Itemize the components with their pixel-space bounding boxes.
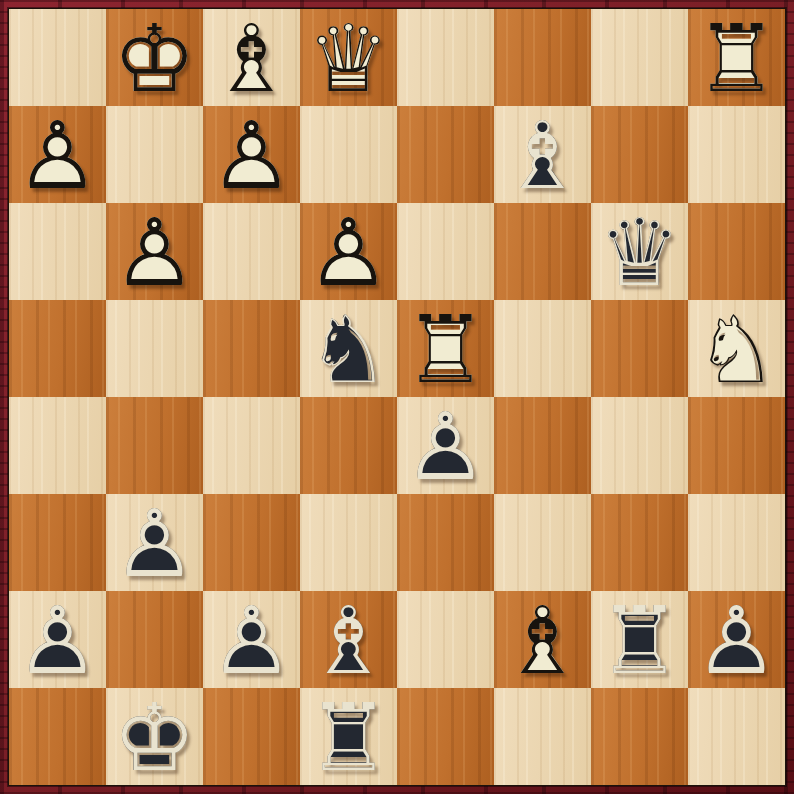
square-f8[interactable]: [494, 9, 591, 106]
square-e4[interactable]: ♟♙: [397, 397, 494, 494]
white-rook-outline: ♖: [397, 300, 494, 397]
square-a8[interactable]: [9, 9, 106, 106]
square-e7[interactable]: [397, 106, 494, 203]
square-f3[interactable]: [494, 494, 591, 591]
black-king-icon[interactable]: ♚♔: [106, 688, 203, 785]
square-b1[interactable]: ♚♔: [106, 688, 203, 785]
black-pawn-icon[interactable]: ♟♙: [203, 591, 300, 688]
white-pawn-outline: ♙: [106, 203, 203, 300]
square-d6[interactable]: ♟♙: [300, 203, 397, 300]
square-e1[interactable]: [397, 688, 494, 785]
square-e6[interactable]: [397, 203, 494, 300]
square-h2[interactable]: ♟♙: [688, 591, 785, 688]
square-f7[interactable]: ♝♗: [494, 106, 591, 203]
black-rook-icon[interactable]: ♜♖: [300, 688, 397, 785]
white-pawn-outline: ♙: [203, 106, 300, 203]
square-g6[interactable]: ♛♕: [591, 203, 688, 300]
square-a7[interactable]: ♟♙: [9, 106, 106, 203]
square-h8[interactable]: ♜♖: [688, 9, 785, 106]
square-d4[interactable]: [300, 397, 397, 494]
black-rook-icon[interactable]: ♜♖: [591, 591, 688, 688]
black-bishop-icon[interactable]: ♝♗: [300, 591, 397, 688]
black-pawn-outline: ♙: [397, 397, 494, 494]
square-h7[interactable]: [688, 106, 785, 203]
square-h4[interactable]: [688, 397, 785, 494]
black-pawn-outline: ♙: [106, 494, 203, 591]
white-pawn-outline: ♙: [9, 106, 106, 203]
white-bishop-icon[interactable]: ♝♗: [494, 591, 591, 688]
square-f5[interactable]: [494, 300, 591, 397]
square-e3[interactable]: [397, 494, 494, 591]
square-b8[interactable]: ♚♔: [106, 9, 203, 106]
square-f2[interactable]: ♝♗: [494, 591, 591, 688]
white-rook-icon[interactable]: ♜♖: [688, 9, 785, 106]
white-pawn-icon[interactable]: ♟♙: [106, 203, 203, 300]
square-g1[interactable]: [591, 688, 688, 785]
square-d3[interactable]: [300, 494, 397, 591]
square-g7[interactable]: [591, 106, 688, 203]
square-b5[interactable]: [106, 300, 203, 397]
square-g8[interactable]: [591, 9, 688, 106]
square-a4[interactable]: [9, 397, 106, 494]
square-c4[interactable]: [203, 397, 300, 494]
chess-board: ♚♔♝♗♛♕♜♖♟♙♟♙♝♗♟♙♟♙♛♕♞♘♜♖♞♘♟♙♟♙♟♙♟♙♝♗♝♗♜♖…: [8, 8, 786, 786]
black-king-outline: ♔: [106, 688, 203, 785]
square-a5[interactable]: [9, 300, 106, 397]
square-b2[interactable]: [106, 591, 203, 688]
white-knight-icon[interactable]: ♞♘: [688, 300, 785, 397]
black-queen-outline: ♕: [591, 203, 688, 300]
square-c8[interactable]: ♝♗: [203, 9, 300, 106]
board-frame: ♚♔♝♗♛♕♜♖♟♙♟♙♝♗♟♙♟♙♛♕♞♘♜♖♞♘♟♙♟♙♟♙♟♙♝♗♝♗♜♖…: [0, 0, 794, 794]
square-b7[interactable]: [106, 106, 203, 203]
black-pawn-icon[interactable]: ♟♙: [106, 494, 203, 591]
square-d7[interactable]: [300, 106, 397, 203]
square-d5[interactable]: ♞♘: [300, 300, 397, 397]
square-c1[interactable]: [203, 688, 300, 785]
black-knight-icon[interactable]: ♞♘: [300, 300, 397, 397]
square-a6[interactable]: [9, 203, 106, 300]
square-f1[interactable]: [494, 688, 591, 785]
white-bishop-outline: ♗: [203, 9, 300, 106]
square-b4[interactable]: [106, 397, 203, 494]
white-pawn-icon[interactable]: ♟♙: [203, 106, 300, 203]
black-bishop-icon[interactable]: ♝♗: [494, 106, 591, 203]
square-a1[interactable]: [9, 688, 106, 785]
square-c5[interactable]: [203, 300, 300, 397]
black-bishop-outline: ♗: [300, 591, 397, 688]
white-rook-icon[interactable]: ♜♖: [397, 300, 494, 397]
square-h3[interactable]: [688, 494, 785, 591]
square-f6[interactable]: [494, 203, 591, 300]
white-bishop-icon[interactable]: ♝♗: [203, 9, 300, 106]
white-pawn-outline: ♙: [300, 203, 397, 300]
square-e5[interactable]: ♜♖: [397, 300, 494, 397]
white-queen-icon[interactable]: ♛♕: [300, 9, 397, 106]
black-pawn-outline: ♙: [203, 591, 300, 688]
square-b6[interactable]: ♟♙: [106, 203, 203, 300]
black-knight-outline: ♘: [300, 300, 397, 397]
white-king-icon[interactable]: ♚♔: [106, 9, 203, 106]
square-a3[interactable]: [9, 494, 106, 591]
square-h6[interactable]: [688, 203, 785, 300]
black-pawn-outline: ♙: [9, 591, 106, 688]
white-queen-outline: ♕: [300, 9, 397, 106]
square-b3[interactable]: ♟♙: [106, 494, 203, 591]
black-bishop-outline: ♗: [494, 106, 591, 203]
white-pawn-icon[interactable]: ♟♙: [9, 106, 106, 203]
white-king-outline: ♔: [106, 9, 203, 106]
black-queen-icon[interactable]: ♛♕: [591, 203, 688, 300]
square-c2[interactable]: ♟♙: [203, 591, 300, 688]
black-pawn-icon[interactable]: ♟♙: [397, 397, 494, 494]
square-d8[interactable]: ♛♕: [300, 9, 397, 106]
black-pawn-icon[interactable]: ♟♙: [688, 591, 785, 688]
square-h1[interactable]: [688, 688, 785, 785]
square-a2[interactable]: ♟♙: [9, 591, 106, 688]
square-c7[interactable]: ♟♙: [203, 106, 300, 203]
square-e8[interactable]: [397, 9, 494, 106]
square-g4[interactable]: [591, 397, 688, 494]
square-g5[interactable]: [591, 300, 688, 397]
square-c3[interactable]: [203, 494, 300, 591]
white-bishop-outline: ♗: [494, 591, 591, 688]
square-f4[interactable]: [494, 397, 591, 494]
white-knight-outline: ♘: [688, 300, 785, 397]
square-d1[interactable]: ♜♖: [300, 688, 397, 785]
white-pawn-icon[interactable]: ♟♙: [300, 203, 397, 300]
square-h5[interactable]: ♞♘: [688, 300, 785, 397]
square-d2[interactable]: ♝♗: [300, 591, 397, 688]
white-rook-outline: ♖: [688, 9, 785, 106]
black-pawn-icon[interactable]: ♟♙: [9, 591, 106, 688]
black-pawn-outline: ♙: [688, 591, 785, 688]
black-rook-outline: ♖: [591, 591, 688, 688]
square-g3[interactable]: [591, 494, 688, 591]
square-g2[interactable]: ♜♖: [591, 591, 688, 688]
square-e2[interactable]: [397, 591, 494, 688]
black-rook-outline: ♖: [300, 688, 397, 785]
square-c6[interactable]: [203, 203, 300, 300]
